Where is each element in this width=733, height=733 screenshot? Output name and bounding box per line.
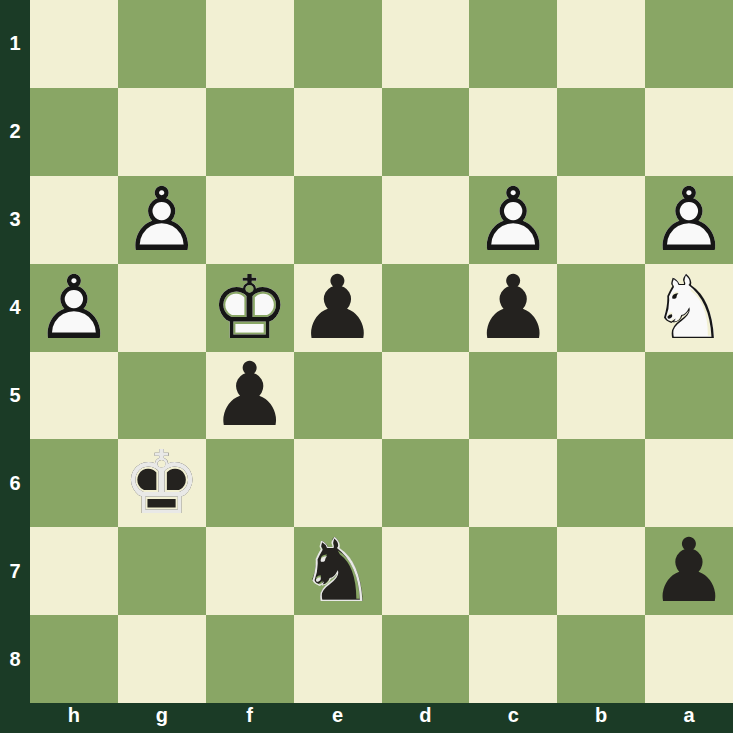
rank-labels: 12345678 bbox=[0, 0, 30, 703]
piece-black-pawn[interactable]: ♟ bbox=[294, 264, 382, 352]
rank-label-5: 5 bbox=[0, 352, 30, 440]
square-f5[interactable]: ♟ bbox=[206, 352, 294, 440]
square-g3[interactable]: ♟♙ bbox=[118, 176, 206, 264]
square-h7[interactable] bbox=[30, 527, 118, 615]
square-a5[interactable] bbox=[645, 352, 733, 440]
square-d1[interactable] bbox=[382, 0, 470, 88]
chess-board: ♟♙♟♙♟♙♟♙♚♔♟♟♞♘♟♚♔♞♘♟ bbox=[30, 0, 733, 703]
piece-black-king[interactable]: ♚♔ bbox=[118, 439, 206, 527]
file-label-h: h bbox=[30, 703, 118, 733]
piece-white-pawn[interactable]: ♟♙ bbox=[30, 264, 118, 352]
file-label-c: c bbox=[469, 703, 557, 733]
chess-board-frame: 12345678 ♟♙♟♙♟♙♟♙♚♔♟♟♞♘♟♚♔♞♘♟ hgfedcba bbox=[0, 0, 733, 733]
square-c4[interactable]: ♟ bbox=[469, 264, 557, 352]
rank-label-7: 7 bbox=[0, 527, 30, 615]
square-b1[interactable] bbox=[557, 0, 645, 88]
square-d7[interactable] bbox=[382, 527, 470, 615]
file-label-e: e bbox=[294, 703, 382, 733]
square-g1[interactable] bbox=[118, 0, 206, 88]
square-f3[interactable] bbox=[206, 176, 294, 264]
square-g7[interactable] bbox=[118, 527, 206, 615]
square-f1[interactable] bbox=[206, 0, 294, 88]
rank-label-3: 3 bbox=[0, 176, 30, 264]
square-h2[interactable] bbox=[30, 88, 118, 176]
square-h1[interactable] bbox=[30, 0, 118, 88]
rank-label-6: 6 bbox=[0, 439, 30, 527]
square-d6[interactable] bbox=[382, 439, 470, 527]
square-e4[interactable]: ♟ bbox=[294, 264, 382, 352]
file-label-f: f bbox=[206, 703, 294, 733]
rank-label-4: 4 bbox=[0, 264, 30, 352]
square-d3[interactable] bbox=[382, 176, 470, 264]
file-labels: hgfedcba bbox=[30, 703, 733, 733]
square-c1[interactable] bbox=[469, 0, 557, 88]
square-c5[interactable] bbox=[469, 352, 557, 440]
square-b3[interactable] bbox=[557, 176, 645, 264]
square-a3[interactable]: ♟♙ bbox=[645, 176, 733, 264]
square-b7[interactable] bbox=[557, 527, 645, 615]
square-h8[interactable] bbox=[30, 615, 118, 703]
square-a1[interactable] bbox=[645, 0, 733, 88]
square-b4[interactable] bbox=[557, 264, 645, 352]
square-c7[interactable] bbox=[469, 527, 557, 615]
square-f6[interactable] bbox=[206, 439, 294, 527]
square-b8[interactable] bbox=[557, 615, 645, 703]
file-label-g: g bbox=[118, 703, 206, 733]
square-a4[interactable]: ♞♘ bbox=[645, 264, 733, 352]
square-c3[interactable]: ♟♙ bbox=[469, 176, 557, 264]
square-h5[interactable] bbox=[30, 352, 118, 440]
square-c8[interactable] bbox=[469, 615, 557, 703]
square-b6[interactable] bbox=[557, 439, 645, 527]
square-d2[interactable] bbox=[382, 88, 470, 176]
rank-label-2: 2 bbox=[0, 88, 30, 176]
piece-white-pawn[interactable]: ♟♙ bbox=[645, 176, 733, 264]
piece-white-knight[interactable]: ♞♘ bbox=[645, 264, 733, 352]
square-f4[interactable]: ♚♔ bbox=[206, 264, 294, 352]
square-a2[interactable] bbox=[645, 88, 733, 176]
square-g6[interactable]: ♚♔ bbox=[118, 439, 206, 527]
rank-label-1: 1 bbox=[0, 0, 30, 88]
square-e3[interactable] bbox=[294, 176, 382, 264]
piece-white-pawn[interactable]: ♟♙ bbox=[469, 176, 557, 264]
piece-black-knight[interactable]: ♞♘ bbox=[294, 527, 382, 615]
square-h4[interactable]: ♟♙ bbox=[30, 264, 118, 352]
piece-black-pawn[interactable]: ♟ bbox=[469, 264, 557, 352]
square-d8[interactable] bbox=[382, 615, 470, 703]
file-label-a: a bbox=[645, 703, 733, 733]
square-e6[interactable] bbox=[294, 439, 382, 527]
piece-white-king[interactable]: ♚♔ bbox=[206, 264, 294, 352]
square-a6[interactable] bbox=[645, 439, 733, 527]
square-b2[interactable] bbox=[557, 88, 645, 176]
square-d4[interactable] bbox=[382, 264, 470, 352]
square-a8[interactable] bbox=[645, 615, 733, 703]
square-g5[interactable] bbox=[118, 352, 206, 440]
rank-label-8: 8 bbox=[0, 615, 30, 703]
square-c6[interactable] bbox=[469, 439, 557, 527]
square-g2[interactable] bbox=[118, 88, 206, 176]
square-a7[interactable]: ♟ bbox=[645, 527, 733, 615]
square-c2[interactable] bbox=[469, 88, 557, 176]
square-e1[interactable] bbox=[294, 0, 382, 88]
square-d5[interactable] bbox=[382, 352, 470, 440]
square-e5[interactable] bbox=[294, 352, 382, 440]
square-f2[interactable] bbox=[206, 88, 294, 176]
square-e7[interactable]: ♞♘ bbox=[294, 527, 382, 615]
square-g8[interactable] bbox=[118, 615, 206, 703]
square-b5[interactable] bbox=[557, 352, 645, 440]
square-h6[interactable] bbox=[30, 439, 118, 527]
square-g4[interactable] bbox=[118, 264, 206, 352]
piece-white-pawn[interactable]: ♟♙ bbox=[118, 176, 206, 264]
square-f8[interactable] bbox=[206, 615, 294, 703]
file-label-d: d bbox=[382, 703, 470, 733]
square-e2[interactable] bbox=[294, 88, 382, 176]
square-e8[interactable] bbox=[294, 615, 382, 703]
piece-black-pawn[interactable]: ♟ bbox=[206, 352, 294, 440]
square-f7[interactable] bbox=[206, 527, 294, 615]
file-label-b: b bbox=[557, 703, 645, 733]
piece-black-pawn[interactable]: ♟ bbox=[645, 527, 733, 615]
square-h3[interactable] bbox=[30, 176, 118, 264]
